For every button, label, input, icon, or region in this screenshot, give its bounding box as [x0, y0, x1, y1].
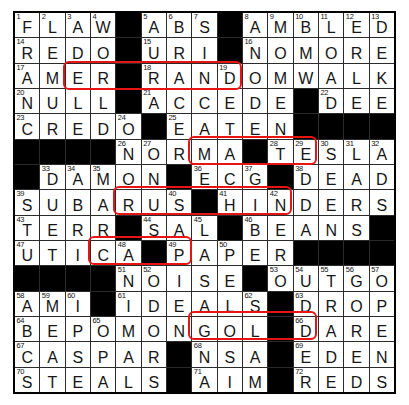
black-cell-r14c11: [268, 342, 292, 366]
grid-cell-r11c5[interactable]: 51N: [116, 266, 140, 290]
grid-cell-r13c9[interactable]: O: [218, 317, 242, 341]
grid-cell-r12c10[interactable]: 62S: [243, 292, 267, 316]
cell-letter: E: [370, 323, 394, 341]
grid-cell-r7c4[interactable]: 35M: [91, 165, 115, 189]
grid-cell-r3c12[interactable]: W: [294, 64, 318, 88]
cell-letter: B: [243, 222, 267, 240]
grid-cell-r7c15[interactable]: D: [370, 165, 394, 189]
cell-letter: M: [268, 19, 292, 37]
cell-letter: A: [66, 171, 90, 189]
grid-cell-r11c15[interactable]: 57O: [370, 266, 394, 290]
cell-letter: E: [319, 197, 343, 215]
cell-letter: E: [218, 273, 242, 291]
grid-cell-r4c9[interactable]: E: [218, 89, 242, 113]
grid-cell-r7c6[interactable]: N: [142, 165, 166, 189]
grid-cell-r2c2[interactable]: E: [40, 38, 64, 62]
grid-cell-r7c13[interactable]: E: [319, 165, 343, 189]
cell-letter: O: [218, 323, 242, 341]
grid-cell-r5c4[interactable]: D: [91, 114, 115, 138]
grid-cell-r3c9[interactable]: 19D: [218, 64, 242, 88]
grid-cell-r8c12[interactable]: D: [294, 190, 318, 214]
grid-cell-r1c10[interactable]: 8A: [243, 13, 267, 37]
grid-cell-r12c5[interactable]: 61I: [116, 292, 140, 316]
grid-cell-r4c2[interactable]: U: [40, 89, 64, 113]
grid-cell-r5c1[interactable]: 23C: [15, 114, 39, 138]
cell-letter: A: [192, 298, 216, 316]
cell-letter: A: [218, 146, 242, 164]
grid-cell-r14c8[interactable]: 68N: [192, 342, 216, 366]
cell-letter: I: [66, 298, 90, 316]
grid-cell-r8c4[interactable]: A: [91, 190, 115, 214]
cell-letter: O: [116, 121, 140, 139]
grid-cell-r15c1[interactable]: 70S: [15, 368, 39, 392]
cell-letter: N: [268, 197, 292, 215]
grid-cell-r6c14[interactable]: 31L: [344, 140, 368, 164]
cell-letter: A: [243, 19, 267, 37]
grid-cell-r3c10[interactable]: O: [243, 64, 267, 88]
cell-letter: S: [192, 273, 216, 291]
cell-letter: E: [344, 349, 368, 367]
cell-letter: B: [15, 323, 39, 341]
grid-cell-r15c10[interactable]: M: [243, 368, 267, 392]
grid-cell-r1c7[interactable]: 6B: [167, 13, 191, 37]
cell-letter: O: [142, 323, 166, 341]
grid-cell-r4c13[interactable]: 22D: [319, 89, 343, 113]
grid-cell-r2c1[interactable]: 14R: [15, 38, 39, 62]
grid-cell-r9c13[interactable]: N: [319, 216, 343, 240]
grid-cell-r9c1[interactable]: 43T: [15, 216, 39, 240]
grid-cell-r11c14[interactable]: 56G: [344, 266, 368, 290]
grid-cell-r6c5[interactable]: 26N: [116, 140, 140, 164]
grid-cell-r1c14[interactable]: 12E: [344, 13, 368, 37]
grid-cell-r15c13[interactable]: E: [319, 368, 343, 392]
cell-letter: A: [116, 349, 140, 367]
grid-cell-r10c7[interactable]: 49P: [167, 241, 191, 265]
grid-cell-r3c15[interactable]: K: [370, 64, 394, 88]
grid-cell-r8c11[interactable]: 42N: [268, 190, 292, 214]
grid-cell-r2c13[interactable]: O: [319, 38, 343, 62]
cell-letter: A: [142, 19, 166, 37]
cell-letter: B: [167, 19, 191, 37]
cell-letter: U: [294, 273, 318, 291]
cell-letter: M: [192, 146, 216, 164]
cell-letter: A: [294, 222, 318, 240]
grid-cell-r5c8[interactable]: A: [192, 114, 216, 138]
grid-cell-r8c1[interactable]: 39S: [15, 190, 39, 214]
cell-letter: A: [66, 19, 90, 37]
cell-letter: S: [192, 19, 216, 37]
grid-cell-r1c13[interactable]: 11L: [319, 13, 343, 37]
cell-letter: L: [66, 95, 90, 113]
grid-cell-r7c12[interactable]: 38D: [294, 165, 318, 189]
grid-cell-r2c8[interactable]: I: [192, 38, 216, 62]
grid-cell-r2c14[interactable]: R: [344, 38, 368, 62]
grid-cell-r9c11[interactable]: E: [268, 216, 292, 240]
grid-cell-r6c11[interactable]: 28T: [268, 140, 292, 164]
grid-cell-r4c11[interactable]: E: [268, 89, 292, 113]
grid-cell-r8c10[interactable]: I: [243, 190, 267, 214]
grid-cell-r1c12[interactable]: 10B: [294, 13, 318, 37]
grid-cell-r9c14[interactable]: S: [344, 216, 368, 240]
cell-letter: S: [344, 222, 368, 240]
grid-cell-r15c14[interactable]: D: [344, 368, 368, 392]
cell-letter: E: [319, 374, 343, 392]
grid-cell-r15c5[interactable]: L: [116, 368, 140, 392]
cell-letter: R: [91, 70, 115, 88]
grid-cell-r7c2[interactable]: 33D: [40, 165, 64, 189]
grid-cell-r2c3[interactable]: D: [66, 38, 90, 62]
cell-letter: D: [319, 95, 343, 113]
grid-cell-r13c4[interactable]: 65O: [91, 317, 115, 341]
grid-cell-r9c3[interactable]: R: [66, 216, 90, 240]
cell-letter: F: [15, 19, 39, 37]
grid-cell-r14c9[interactable]: S: [218, 342, 242, 366]
cell-letter: E: [40, 222, 64, 240]
cell-letter: G: [243, 171, 267, 189]
grid-cell-r11c8[interactable]: S: [192, 266, 216, 290]
grid-cell-r13c5[interactable]: M: [116, 317, 140, 341]
cell-letter: W: [294, 70, 318, 88]
cell-letter: S: [370, 197, 394, 215]
grid-cell-r12c2[interactable]: 59M: [40, 292, 64, 316]
cell-letter: O: [243, 70, 267, 88]
cell-letter: D: [243, 95, 267, 113]
grid-cell-r5c2[interactable]: R: [40, 114, 64, 138]
grid-cell-r15c12[interactable]: 72R: [294, 368, 318, 392]
grid-cell-r8c9[interactable]: 41H: [218, 190, 242, 214]
grid-cell-r6c7[interactable]: R: [167, 140, 191, 164]
grid-cell-r1c11[interactable]: 9M: [268, 13, 292, 37]
grid-cell-r13c7[interactable]: N: [167, 317, 191, 341]
grid-cell-r11c7[interactable]: I: [167, 266, 191, 290]
grid-cell-r14c5[interactable]: A: [116, 342, 140, 366]
cell-letter: T: [40, 374, 64, 392]
cell-letter: S: [142, 374, 166, 392]
grid-cell-r10c10[interactable]: E: [243, 241, 267, 265]
cell-letter: T: [268, 146, 292, 164]
cell-letter: N: [142, 171, 166, 189]
grid-cell-r8c6[interactable]: U: [142, 190, 166, 214]
grid-cell-r6c8[interactable]: M: [192, 140, 216, 164]
grid-cell-r6c13[interactable]: 30S: [319, 140, 343, 164]
grid-cell-r11c6[interactable]: 52O: [142, 266, 166, 290]
grid-cell-r14c12[interactable]: 69E: [294, 342, 318, 366]
grid-cell-r12c7[interactable]: E: [167, 292, 191, 316]
grid-cell-r1c2[interactable]: 2L: [40, 13, 64, 37]
cell-letter: L: [243, 323, 267, 341]
grid-cell-r7c3[interactable]: 34A: [66, 165, 90, 189]
grid-cell-r15c8[interactable]: 71A: [192, 368, 216, 392]
cell-letter: A: [370, 146, 394, 164]
grid-cell-r13c12[interactable]: 66D: [294, 317, 318, 341]
grid-cell-r14c1[interactable]: 67C: [15, 342, 39, 366]
cell-letter: S: [66, 349, 90, 367]
cell-letter: A: [116, 247, 140, 265]
black-cell-r5c12: [294, 114, 318, 138]
grid-cell-r15c2[interactable]: T: [40, 368, 64, 392]
cell-letter: O: [142, 146, 166, 164]
cell-letter: S: [243, 298, 267, 316]
grid-cell-r12c14[interactable]: O: [344, 292, 368, 316]
cell-letter: M: [294, 45, 318, 63]
cell-letter: R: [294, 374, 318, 392]
grid-cell-r7c8[interactable]: 36E: [192, 165, 216, 189]
grid-cell-r9c8[interactable]: 45L: [192, 216, 216, 240]
cell-letter: N: [319, 222, 343, 240]
cell-letter: D: [294, 298, 318, 316]
black-cell-r1c9: [218, 13, 242, 37]
grid-cell-r10c1[interactable]: 47U: [15, 241, 39, 265]
black-cell-r1c5: [116, 13, 140, 37]
grid-cell-r14c13[interactable]: D: [319, 342, 343, 366]
grid-cell-r14c10[interactable]: A: [243, 342, 267, 366]
cell-letter: E: [40, 45, 64, 63]
grid-cell-r3c3[interactable]: E: [66, 64, 90, 88]
grid-cell-r2c11[interactable]: O: [268, 38, 292, 62]
grid-cell-r13c1[interactable]: 64B: [15, 317, 39, 341]
grid-cell-r7c10[interactable]: 37G: [243, 165, 267, 189]
grid-cell-r3c7[interactable]: A: [167, 64, 191, 88]
grid-cell-r12c1[interactable]: 58A: [15, 292, 39, 316]
grid-cell-r8c13[interactable]: E: [319, 190, 343, 214]
cell-letter: S: [167, 197, 191, 215]
black-cell-r10c12: [294, 241, 318, 265]
cell-letter: R: [344, 197, 368, 215]
cell-letter: E: [370, 95, 394, 113]
grid-cell-r9c2[interactable]: E: [40, 216, 64, 240]
cell-letter: D: [218, 70, 242, 88]
grid-cell-r14c15[interactable]: N: [370, 342, 394, 366]
cell-letter: K: [370, 70, 394, 88]
cell-letter: E: [40, 323, 64, 341]
cell-letter: S: [319, 146, 343, 164]
grid-cell-r9c6[interactable]: 44S: [142, 216, 166, 240]
grid-cell-r9c7[interactable]: A: [167, 216, 191, 240]
cell-letter: E: [268, 222, 292, 240]
grid-cell-r11c11[interactable]: 53O: [268, 266, 292, 290]
grid-cell-r2c12[interactable]: M: [294, 38, 318, 62]
grid-cell-r3c4[interactable]: R: [91, 64, 115, 88]
grid-cell-r13c6[interactable]: O: [142, 317, 166, 341]
grid-cell-r5c7[interactable]: 25E: [167, 114, 191, 138]
grid-cell-r4c6[interactable]: 21A: [142, 89, 166, 113]
grid-cell-r5c3[interactable]: E: [66, 114, 90, 138]
grid-cell-r6c12[interactable]: 29E: [294, 140, 318, 164]
grid-cell-r5c11[interactable]: N: [268, 114, 292, 138]
grid-cell-r4c3[interactable]: L: [66, 89, 90, 113]
grid-cell-r3c8[interactable]: N: [192, 64, 216, 88]
cell-letter: A: [319, 70, 343, 88]
cell-letter: R: [15, 45, 39, 63]
black-cell-r2c9: [218, 38, 242, 62]
grid-cell-r12c9[interactable]: L: [218, 292, 242, 316]
grid-cell-r9c4[interactable]: R: [91, 216, 115, 240]
cell-letter: L: [319, 19, 343, 37]
grid-cell-r14c6[interactable]: R: [142, 342, 166, 366]
grid-cell-r13c8[interactable]: G: [192, 317, 216, 341]
cell-letter: O: [344, 298, 368, 316]
grid-cell-r3c11[interactable]: M: [268, 64, 292, 88]
grid-cell-r8c15[interactable]: S: [370, 190, 394, 214]
grid-cell-r11c9[interactable]: E: [218, 266, 242, 290]
grid-cell-r12c3[interactable]: 60I: [66, 292, 90, 316]
grid-cell-r5c5[interactable]: 24O: [116, 114, 140, 138]
grid-cell-r10c4[interactable]: C: [91, 241, 115, 265]
grid-cell-r7c9[interactable]: C: [218, 165, 242, 189]
grid-cell-r3c14[interactable]: L: [344, 64, 368, 88]
grid-cell-r8c3[interactable]: B: [66, 190, 90, 214]
cell-letter: T: [218, 121, 242, 139]
grid-cell-r3c2[interactable]: M: [40, 64, 64, 88]
black-cell-r9c9: [218, 216, 242, 240]
grid-cell-r15c4[interactable]: A: [91, 368, 115, 392]
cell-letter: P: [66, 323, 90, 341]
grid-cell-r12c8[interactable]: A: [192, 292, 216, 316]
cell-letter: S: [370, 374, 394, 392]
grid-cell-r4c14[interactable]: E: [344, 89, 368, 113]
grid-cell-r10c3[interactable]: I: [66, 241, 90, 265]
grid-cell-r12c15[interactable]: P: [370, 292, 394, 316]
cell-letter: A: [192, 121, 216, 139]
grid-cell-r10c11[interactable]: R: [268, 241, 292, 265]
cell-letter: R: [268, 247, 292, 265]
cell-letter: C: [218, 171, 242, 189]
grid-cell-r2c6[interactable]: 15U: [142, 38, 166, 62]
grid-cell-r4c4[interactable]: L: [91, 89, 115, 113]
grid-cell-r4c10[interactable]: D: [243, 89, 267, 113]
grid-cell-r3c1[interactable]: 17A: [15, 64, 39, 88]
cell-letter: E: [167, 121, 191, 139]
cell-letter: D: [294, 323, 318, 341]
grid-cell-r2c10[interactable]: 16N: [243, 38, 267, 62]
grid-cell-r8c7[interactable]: 40S: [167, 190, 191, 214]
cell-letter: M: [243, 374, 267, 392]
grid-cell-r5c10[interactable]: E: [243, 114, 267, 138]
cell-letter: A: [15, 70, 39, 88]
cell-letter: L: [91, 95, 115, 113]
grid-cell-r14c4[interactable]: P: [91, 342, 115, 366]
cell-letter: R: [344, 323, 368, 341]
cell-letter: S: [142, 222, 166, 240]
grid-cell-r10c5[interactable]: 48A: [116, 241, 140, 265]
grid-cell-r1c8[interactable]: 7S: [192, 13, 216, 37]
grid-cell-r6c9[interactable]: A: [218, 140, 242, 164]
grid-cell-r4c15[interactable]: E: [370, 89, 394, 113]
black-cell-r10c13: [319, 241, 343, 265]
cell-letter: W: [91, 19, 115, 37]
cell-letter: N: [192, 349, 216, 367]
grid-cell-r14c2[interactable]: A: [40, 342, 64, 366]
cell-letter: N: [15, 95, 39, 113]
black-cell-r7c1: [15, 165, 39, 189]
cell-letter: E: [294, 146, 318, 164]
cell-letter: O: [142, 273, 166, 291]
cell-letter: L: [192, 222, 216, 240]
grid-cell-r13c2[interactable]: E: [40, 317, 64, 341]
cell-letter: A: [167, 222, 191, 240]
grid-cell-r13c3[interactable]: P: [66, 317, 90, 341]
grid-cell-r10c9[interactable]: 50P: [218, 241, 242, 265]
grid-cell-r2c4[interactable]: O: [91, 38, 115, 62]
grid-cell-r12c12[interactable]: 63D: [294, 292, 318, 316]
grid-cell-r3c6[interactable]: 18R: [142, 64, 166, 88]
black-cell-r12c11: [268, 292, 292, 316]
cell-letter: C: [192, 95, 216, 113]
cell-letter: M: [40, 70, 64, 88]
cell-letter: A: [243, 349, 267, 367]
grid-cell-r6c15[interactable]: 32A: [370, 140, 394, 164]
black-cell-r12c4: [91, 292, 115, 316]
grid-cell-r15c3[interactable]: E: [66, 368, 90, 392]
black-cell-r9c15: [370, 216, 394, 240]
cell-letter: N: [370, 349, 394, 367]
grid-cell-r13c15[interactable]: E: [370, 317, 394, 341]
grid-cell-r11c12[interactable]: 54U: [294, 266, 318, 290]
grid-cell-r2c7[interactable]: R: [167, 38, 191, 62]
grid-cell-r4c7[interactable]: C: [167, 89, 191, 113]
cell-letter: N: [243, 45, 267, 63]
grid-cell-r1c3[interactable]: 3A: [66, 13, 90, 37]
cell-letter: M: [116, 323, 140, 341]
grid-cell-r7c14[interactable]: A: [344, 165, 368, 189]
grid-cell-r3c13[interactable]: A: [319, 64, 343, 88]
grid-cell-r15c6[interactable]: S: [142, 368, 166, 392]
cell-letter: U: [142, 45, 166, 63]
grid-cell-r13c13[interactable]: A: [319, 317, 343, 341]
grid-cell-r4c1[interactable]: 20N: [15, 89, 39, 113]
grid-cell-r9c10[interactable]: 46B: [243, 216, 267, 240]
grid-cell-r10c8[interactable]: A: [192, 241, 216, 265]
cell-letter: D: [370, 171, 394, 189]
grid-cell-r13c14[interactable]: R: [344, 317, 368, 341]
grid-cell-r14c3[interactable]: S: [66, 342, 90, 366]
grid-cell-r9c12[interactable]: A: [294, 216, 318, 240]
grid-cell-r7c5[interactable]: O: [116, 165, 140, 189]
grid-cell-r4c8[interactable]: C: [192, 89, 216, 113]
cell-letter: U: [40, 95, 64, 113]
cell-letter: R: [167, 45, 191, 63]
grid-cell-r15c15[interactable]: S: [370, 368, 394, 392]
grid-cell-r15c9[interactable]: I: [218, 368, 242, 392]
grid-cell-r5c9[interactable]: T: [218, 114, 242, 138]
cell-letter: O: [268, 45, 292, 63]
grid-cell-r8c14[interactable]: R: [344, 190, 368, 214]
cell-letter: E: [344, 95, 368, 113]
cell-letter: E: [66, 121, 90, 139]
grid-cell-r8c2[interactable]: U: [40, 190, 64, 214]
grid-cell-r12c6[interactable]: D: [142, 292, 166, 316]
cell-letter: D: [40, 171, 64, 189]
cell-letter: O: [319, 45, 343, 63]
cell-letter: D: [344, 374, 368, 392]
grid-cell-r1c4[interactable]: 4W: [91, 13, 115, 37]
grid-cell-r2c15[interactable]: E: [370, 38, 394, 62]
grid-cell-r8c5[interactable]: R: [116, 190, 140, 214]
grid-cell-r6c6[interactable]: 27O: [142, 140, 166, 164]
cell-letter: O: [116, 171, 140, 189]
cell-letter: A: [192, 374, 216, 392]
grid-cell-r14c14[interactable]: E: [344, 342, 368, 366]
grid-cell-r1c15[interactable]: 13D: [370, 13, 394, 37]
grid-cell-r10c2[interactable]: T: [40, 241, 64, 265]
grid-cell-r12c13[interactable]: R: [319, 292, 343, 316]
cell-letter: N: [192, 70, 216, 88]
grid-cell-r11c13[interactable]: 55T: [319, 266, 343, 290]
cell-letter: U: [142, 197, 166, 215]
grid-cell-r1c6[interactable]: 5A: [142, 13, 166, 37]
grid-cell-r13c10[interactable]: L: [243, 317, 267, 341]
grid-cell-r1c1[interactable]: 1F: [15, 13, 39, 37]
